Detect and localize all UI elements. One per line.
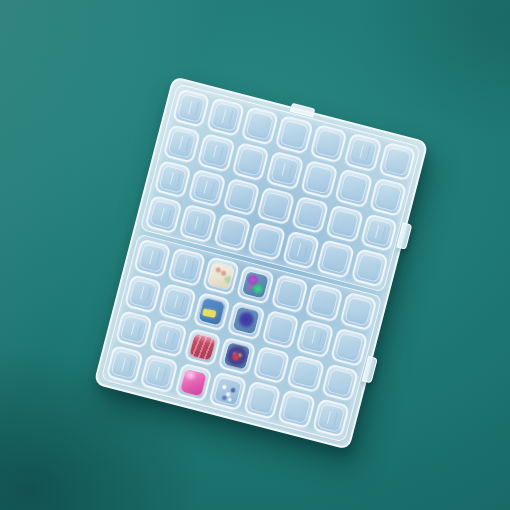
compartment-r7c5 (252, 345, 291, 385)
compartment-r4c7 (350, 248, 389, 288)
compartment-r2c7 (369, 177, 408, 217)
compartment-r8c2 (140, 354, 179, 394)
compartment-r5c5 (270, 274, 309, 314)
compartment-r3c7 (359, 213, 398, 253)
compartment-r1c1 (172, 88, 211, 128)
compartment-r6c6 (295, 318, 334, 358)
compartment-r8c3 (174, 363, 213, 403)
compartment-contents-crimson (189, 333, 217, 362)
compartment-r6c4 (227, 300, 266, 340)
compartment-r2c6 (334, 168, 373, 208)
compartment-r2c2 (197, 133, 236, 173)
compartment-r5c2 (167, 247, 206, 287)
compartment-r4c3 (213, 213, 252, 253)
compartment-contents-indigo (232, 306, 260, 335)
compartment-r5c4 (236, 265, 275, 305)
compartment-r4c4 (247, 222, 286, 262)
compartment-r2c5 (300, 159, 339, 199)
compartment-r5c7 (339, 291, 378, 331)
compartment-r2c3 (231, 142, 270, 182)
compartment-r8c7 (311, 398, 350, 438)
compartment-r4c5 (282, 230, 321, 270)
compartment-r6c7 (330, 327, 369, 367)
compartment-contents-cream (207, 261, 235, 290)
compartment-r2c4 (266, 150, 305, 190)
compartment-r7c6 (286, 354, 325, 394)
compartment-r1c3 (241, 106, 280, 146)
compartment-r3c4 (256, 186, 295, 226)
compartment-r4c6 (316, 239, 355, 279)
compartment-r1c4 (275, 115, 314, 155)
compartment-r4c2 (179, 204, 218, 244)
compartment-contents-blue-glitter (214, 377, 242, 406)
compartment-r8c1 (106, 345, 145, 385)
compartment-r5c1 (133, 238, 172, 278)
compartment-r1c5 (309, 124, 348, 164)
compartment-r7c4 (218, 336, 257, 376)
compartment-r5c6 (305, 283, 344, 323)
compartment-r7c3 (183, 327, 222, 367)
compartment-r1c7 (378, 141, 417, 181)
compartment-r3c1 (154, 159, 193, 199)
compartment-r6c1 (124, 274, 163, 314)
compartment-contents-magenta (180, 368, 208, 397)
compartment-r7c7 (321, 363, 360, 403)
compartment-r4c1 (144, 195, 183, 235)
compartment-r8c4 (208, 372, 247, 412)
compartment-r6c2 (158, 283, 197, 323)
compartment-r8c5 (243, 380, 282, 420)
compartment-r1c6 (343, 133, 382, 173)
compartment-contents-purple-green (242, 270, 270, 299)
compartment-r6c5 (261, 309, 300, 349)
compartment-r1c2 (206, 97, 245, 137)
compartment-contents-blue-yellow (198, 297, 226, 326)
compartment-r3c6 (325, 204, 364, 244)
compartment-r5c3 (202, 256, 241, 296)
compartment-r7c1 (115, 309, 154, 349)
compartment-r2c1 (163, 124, 202, 164)
compartment-r3c2 (188, 168, 227, 208)
compartment-r3c3 (222, 177, 261, 217)
compartment-r8c6 (277, 389, 316, 429)
compartment-r6c3 (193, 292, 232, 332)
compartment-r3c5 (291, 195, 330, 235)
compartment-contents-purple-sparkle (223, 342, 251, 371)
photo-stage: Overhead photo of a translucent white-bl… (0, 0, 510, 510)
compartment-r7c2 (149, 318, 188, 358)
